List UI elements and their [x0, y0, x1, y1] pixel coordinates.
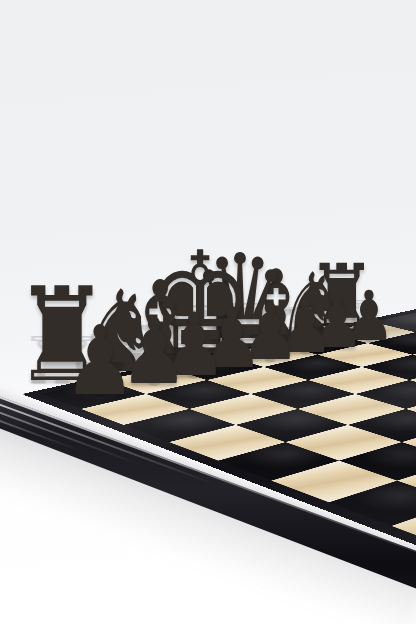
chess-set-photo-scene: ♜♜♞♞♝♝♚♚♛♛♝♝♞♞♜♜♟♟♟♟♟♟♟♟♟♟♟♟♟♟♟♟: [0, 0, 416, 624]
